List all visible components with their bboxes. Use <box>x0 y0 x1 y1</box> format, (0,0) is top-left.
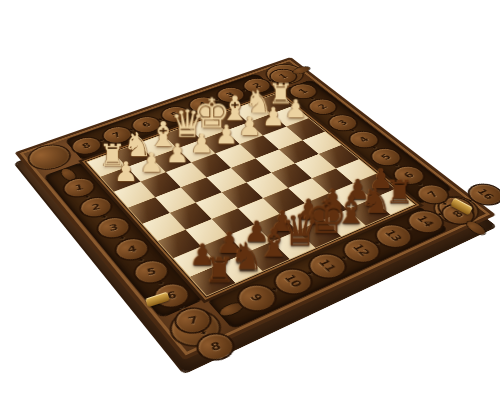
rosette-icon: ✦ <box>268 285 281 294</box>
medallion-number: 4 <box>126 244 138 255</box>
piece-white-pawn[interactable]: ♟ <box>215 122 238 148</box>
medallion-number: 3 <box>336 119 351 127</box>
piece-white-pawn[interactable]: ♟ <box>190 130 213 156</box>
piece-white-pawn[interactable]: ♟ <box>262 104 285 129</box>
numbered-medallion: 5 <box>130 258 172 287</box>
piece-white-pawn[interactable]: ♟ <box>238 113 261 139</box>
chess-board-box: 8✦7✦6✦5✦4✦3✦2✦1 9✦10✦11✦12✦13✦14✦15✦16 1… <box>14 57 496 360</box>
medallion-number: 14 <box>414 214 437 228</box>
medallion-number: 8 <box>209 340 223 354</box>
piece-white-pawn[interactable]: ♟ <box>165 139 189 165</box>
numbered-medallion: 3 <box>94 215 134 241</box>
medallion-number: 11 <box>316 258 339 274</box>
rosette-icon: ✦ <box>99 213 110 221</box>
rosette-icon: ✦ <box>327 112 338 118</box>
carved-leaf <box>463 220 487 237</box>
piece-white-pawn[interactable]: ♟ <box>140 149 164 176</box>
chess-set-photo: 8✦7✦6✦5✦4✦3✦2✦1 9✦10✦11✦12✦13✦14✦15✦16 1… <box>0 0 500 400</box>
scene: 8✦7✦6✦5✦4✦3✦2✦1 9✦10✦11✦12✦13✦14✦15✦16 1… <box>0 0 500 400</box>
piece-white-pawn[interactable]: ♟ <box>285 96 307 121</box>
medallion-number: 10 <box>281 273 304 289</box>
medallion-number: 8 <box>80 141 93 150</box>
medallion-number: 7 <box>425 189 441 199</box>
numbered-medallion: 2 <box>76 195 115 220</box>
medallion-number: 5 <box>145 266 157 278</box>
medallion-number: 2 <box>90 202 101 212</box>
medallion-number: 2 <box>315 103 329 111</box>
medallion-number: 13 <box>382 228 405 243</box>
medallion-number: 5 <box>378 152 394 161</box>
medallion-number: 9 <box>247 292 265 304</box>
piece-black-rook[interactable]: ♜ <box>204 253 235 288</box>
medallion-number: 1 <box>74 183 84 193</box>
carved-leaf <box>58 167 77 182</box>
medallion-number: 3 <box>108 222 119 233</box>
medallion-number: 16 <box>474 187 496 201</box>
piece-white-pawn[interactable]: ♟ <box>114 158 138 185</box>
corner-medallion <box>23 141 75 173</box>
medallion-number: 12 <box>349 243 372 258</box>
medallion-number: 4 <box>356 135 371 144</box>
numbered-medallion: 1 <box>60 176 98 200</box>
